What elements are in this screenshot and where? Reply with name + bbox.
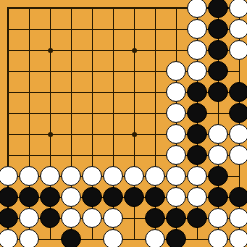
black-stone (229, 103, 247, 123)
white-stone (166, 166, 186, 186)
black-stone (61, 229, 81, 247)
black-stone (229, 187, 247, 207)
white-stone (229, 19, 247, 39)
white-stone (0, 229, 18, 247)
star-point (132, 132, 137, 137)
white-stone (166, 124, 186, 144)
white-stone (187, 0, 207, 18)
black-stone (208, 166, 228, 186)
black-stone (0, 208, 18, 228)
white-stone (124, 166, 144, 186)
white-stone (40, 166, 60, 186)
white-stone (187, 187, 207, 207)
black-stone (103, 187, 123, 207)
white-stone (61, 166, 81, 186)
white-stone (187, 166, 207, 186)
white-stone (187, 19, 207, 39)
star-point (132, 48, 137, 53)
white-stone (187, 40, 207, 60)
white-stone (208, 145, 228, 165)
black-stone (187, 208, 207, 228)
white-stone (166, 82, 186, 102)
star-point (48, 48, 53, 53)
black-stone (208, 187, 228, 207)
black-stone (19, 187, 39, 207)
white-stone (166, 103, 186, 123)
white-stone (208, 208, 228, 228)
white-stone (208, 229, 228, 247)
black-stone (187, 82, 207, 102)
white-stone (19, 166, 39, 186)
black-stone (187, 145, 207, 165)
white-stone (229, 229, 247, 247)
black-stone (208, 82, 228, 102)
white-stone (61, 208, 81, 228)
black-stone (40, 187, 60, 207)
white-stone (145, 229, 165, 247)
black-stone (82, 187, 102, 207)
black-stone (229, 82, 247, 102)
white-stone (166, 187, 186, 207)
black-stone (208, 19, 228, 39)
black-stone (208, 40, 228, 60)
white-stone (229, 40, 247, 60)
white-stone (61, 187, 81, 207)
white-stone (166, 145, 186, 165)
white-stone (0, 166, 18, 186)
black-stone (208, 0, 228, 18)
white-stone (166, 61, 186, 81)
white-stone (229, 124, 247, 144)
white-stone (145, 166, 165, 186)
black-stone (124, 187, 144, 207)
white-stone (208, 124, 228, 144)
white-stone (187, 61, 207, 81)
white-stone (229, 145, 247, 165)
black-stone (0, 187, 18, 207)
white-stone (229, 208, 247, 228)
white-stone (19, 208, 39, 228)
black-stone (166, 208, 186, 228)
white-stone (19, 229, 39, 247)
black-stone (40, 208, 60, 228)
white-stone (103, 166, 123, 186)
black-stone (208, 61, 228, 81)
white-stone (82, 166, 102, 186)
black-stone (187, 124, 207, 144)
go-board[interactable] (0, 0, 247, 247)
white-stone (103, 208, 123, 228)
white-stone (82, 208, 102, 228)
white-stone (103, 229, 123, 247)
white-stone (229, 0, 247, 18)
black-stone (187, 103, 207, 123)
black-stone (166, 229, 186, 247)
black-stone (145, 187, 165, 207)
black-stone (145, 208, 165, 228)
star-point (48, 132, 53, 137)
grid-line-horizontal (7, 239, 240, 240)
